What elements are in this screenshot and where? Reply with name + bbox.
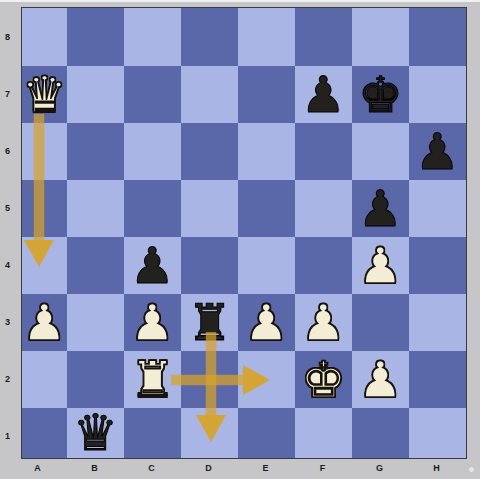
square-b8[interactable] [67,8,124,66]
square-g3[interactable] [352,294,409,351]
piece-white-pawn-g4[interactable]: ♟ [358,241,403,291]
piece-white-queen-a7[interactable]: ♛ [22,70,67,120]
piece-white-king-f2[interactable]: ♚ [301,355,346,405]
square-e3[interactable]: ♟ [238,294,295,351]
piece-black-pawn-g5[interactable]: ♟ [358,184,403,234]
square-d3[interactable]: ♜ [181,294,238,351]
square-e4[interactable] [238,237,295,294]
square-f1[interactable] [295,408,352,458]
rank-label-8: 8 [0,32,15,44]
square-b2[interactable] [67,351,124,408]
square-e1[interactable] [238,408,295,458]
square-d6[interactable] [181,123,238,180]
square-h6[interactable]: ♟ [409,123,466,180]
piece-black-pawn-h6[interactable]: ♟ [415,127,460,177]
square-b6[interactable] [67,123,124,180]
square-d7[interactable] [181,66,238,123]
square-d8[interactable] [181,8,238,66]
file-label-d: D [199,463,219,475]
square-e5[interactable] [238,180,295,237]
file-label-f: F [313,463,333,475]
square-b7[interactable] [67,66,124,123]
square-f6[interactable] [295,123,352,180]
square-a2[interactable] [22,351,67,408]
square-f7[interactable]: ♟ [295,66,352,123]
piece-white-pawn-g2[interactable]: ♟ [358,355,403,405]
square-g5[interactable]: ♟ [352,180,409,237]
chess-board-window: ♛♟♚♟♟♟♟♟♟♜♟♟♜♚♟♛ 87654321ABCDEFGH [0,0,480,479]
piece-white-pawn-c3[interactable]: ♟ [130,298,175,348]
square-g4[interactable]: ♟ [352,237,409,294]
rank-label-3: 3 [0,317,15,329]
square-c6[interactable] [124,123,181,180]
piece-black-rook-d3[interactable]: ♜ [187,298,232,348]
square-c5[interactable] [124,180,181,237]
window-grip-dot [468,466,475,473]
square-a8[interactable] [22,8,67,66]
square-a5[interactable] [22,180,67,237]
square-h8[interactable] [409,8,466,66]
square-c1[interactable] [124,408,181,458]
piece-white-rook-c2[interactable]: ♜ [130,355,175,405]
square-b4[interactable] [67,237,124,294]
square-e6[interactable] [238,123,295,180]
square-c2[interactable]: ♜ [124,351,181,408]
square-h7[interactable] [409,66,466,123]
square-d1[interactable] [181,408,238,458]
square-h4[interactable] [409,237,466,294]
square-f4[interactable] [295,237,352,294]
file-label-a: A [28,463,48,475]
square-h1[interactable] [409,408,466,458]
rank-label-7: 7 [0,89,15,101]
piece-black-pawn-c4[interactable]: ♟ [130,241,175,291]
piece-white-pawn-f3[interactable]: ♟ [301,298,346,348]
square-h5[interactable] [409,180,466,237]
rank-label-2: 2 [0,374,15,386]
square-e2[interactable] [238,351,295,408]
window-top-edge [0,0,480,2]
square-b3[interactable] [67,294,124,351]
square-a4[interactable] [22,237,67,294]
piece-white-pawn-a3[interactable]: ♟ [22,298,67,348]
square-d5[interactable] [181,180,238,237]
chess-board: ♛♟♚♟♟♟♟♟♟♜♟♟♜♚♟♛ [21,7,467,459]
file-label-c: C [142,463,162,475]
square-a1[interactable] [22,408,67,458]
piece-black-queen-b1[interactable]: ♛ [73,408,118,458]
square-e8[interactable] [238,8,295,66]
rank-label-1: 1 [0,431,15,443]
square-h3[interactable] [409,294,466,351]
square-f2[interactable]: ♚ [295,351,352,408]
file-label-e: E [256,463,276,475]
square-a7[interactable]: ♛ [22,66,67,123]
square-e7[interactable] [238,66,295,123]
rank-label-4: 4 [0,260,15,272]
square-g1[interactable] [352,408,409,458]
square-b1[interactable]: ♛ [67,408,124,458]
square-h2[interactable] [409,351,466,408]
square-b5[interactable] [67,180,124,237]
square-g7[interactable]: ♚ [352,66,409,123]
rank-label-5: 5 [0,203,15,215]
piece-black-pawn-f7[interactable]: ♟ [301,70,346,120]
square-f3[interactable]: ♟ [295,294,352,351]
square-f8[interactable] [295,8,352,66]
square-c7[interactable] [124,66,181,123]
square-g8[interactable] [352,8,409,66]
piece-white-pawn-e3[interactable]: ♟ [244,298,289,348]
square-d4[interactable] [181,237,238,294]
rank-label-6: 6 [0,146,15,158]
square-d2[interactable] [181,351,238,408]
square-f5[interactable] [295,180,352,237]
file-label-g: G [370,463,390,475]
square-c3[interactable]: ♟ [124,294,181,351]
square-g2[interactable]: ♟ [352,351,409,408]
square-c8[interactable] [124,8,181,66]
file-label-h: H [427,463,447,475]
square-a3[interactable]: ♟ [22,294,67,351]
square-c4[interactable]: ♟ [124,237,181,294]
piece-black-king-g7[interactable]: ♚ [358,70,403,120]
file-label-b: B [85,463,105,475]
square-a6[interactable] [22,123,67,180]
square-g6[interactable] [352,123,409,180]
